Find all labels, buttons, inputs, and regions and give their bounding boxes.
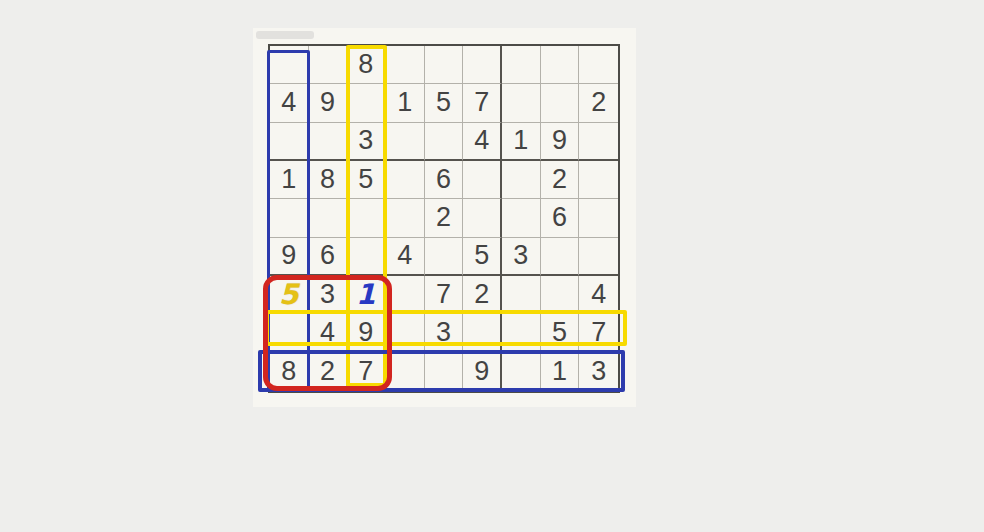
cell-r9c3: 7 — [347, 353, 386, 391]
cell-r4c5: 6 — [425, 161, 464, 199]
cell-r8c1 — [270, 314, 309, 352]
cell-r3c6: 4 — [463, 123, 502, 161]
cell-r6c4: 4 — [386, 238, 425, 276]
cell-r8c3: 9 — [347, 314, 386, 352]
cell-r1c3: 8 — [347, 46, 386, 84]
cell-r1c7 — [502, 46, 541, 84]
cell-r3c3: 3 — [347, 123, 386, 161]
scan-smudge — [256, 31, 314, 39]
cell-r3c7: 1 — [502, 123, 541, 161]
cell-r4c1: 1 — [270, 161, 309, 199]
cell-r4c9 — [579, 161, 618, 199]
cell-r6c8 — [541, 238, 580, 276]
cell-r4c2: 8 — [309, 161, 348, 199]
cell-r1c2 — [309, 46, 348, 84]
cell-r7c5: 7 — [425, 276, 464, 314]
cell-r3c9 — [579, 123, 618, 161]
cell-r7c8 — [541, 276, 580, 314]
cell-r7c9: 4 — [579, 276, 618, 314]
cell-r2c6: 7 — [463, 84, 502, 122]
cell-r3c8: 9 — [541, 123, 580, 161]
cell-r7c6: 2 — [463, 276, 502, 314]
cell-r5c8: 6 — [541, 199, 580, 237]
cell-r6c9 — [579, 238, 618, 276]
cell-r6c1: 9 — [270, 238, 309, 276]
cell-r2c9: 2 — [579, 84, 618, 122]
cell-r3c1 — [270, 123, 309, 161]
cell-r9c4 — [386, 353, 425, 391]
sudoku-board: 8491572341918562269645353172449357827913 — [268, 44, 620, 393]
cell-r6c3 — [347, 238, 386, 276]
cell-r5c4 — [386, 199, 425, 237]
cell-r8c7 — [502, 314, 541, 352]
cell-r1c1 — [270, 46, 309, 84]
cell-r8c8: 5 — [541, 314, 580, 352]
cell-r1c6 — [463, 46, 502, 84]
cell-r2c1: 4 — [270, 84, 309, 122]
cell-r5c2 — [309, 199, 348, 237]
cell-r2c7 — [502, 84, 541, 122]
cell-r2c4: 1 — [386, 84, 425, 122]
cell-r3c5 — [425, 123, 464, 161]
cell-r2c2: 9 — [309, 84, 348, 122]
cell-r2c5: 5 — [425, 84, 464, 122]
cell-r9c7 — [502, 353, 541, 391]
cell-r6c5 — [425, 238, 464, 276]
cell-r2c3 — [347, 84, 386, 122]
cell-r4c3: 5 — [347, 161, 386, 199]
cell-r4c4 — [386, 161, 425, 199]
video-frame: 8491572341918562269645353172449357827913 — [0, 0, 984, 532]
cell-r8c6 — [463, 314, 502, 352]
cell-r7c3-handwritten: 1 — [347, 276, 386, 314]
cell-r8c2: 4 — [309, 314, 348, 352]
cell-r3c2 — [309, 123, 348, 161]
cell-r4c7 — [502, 161, 541, 199]
cell-r5c6 — [463, 199, 502, 237]
cell-r5c3 — [347, 199, 386, 237]
cell-r5c5: 2 — [425, 199, 464, 237]
cell-r3c4 — [386, 123, 425, 161]
cell-r1c5 — [425, 46, 464, 84]
cell-r6c2: 6 — [309, 238, 348, 276]
cell-r6c6: 5 — [463, 238, 502, 276]
cell-r5c7 — [502, 199, 541, 237]
cell-r9c8: 1 — [541, 353, 580, 391]
cell-r7c1-handwritten: 5 — [270, 276, 309, 314]
cell-r1c8 — [541, 46, 580, 84]
cell-r8c5: 3 — [425, 314, 464, 352]
cell-r8c9: 7 — [579, 314, 618, 352]
cell-r4c8: 2 — [541, 161, 580, 199]
cell-r9c9: 3 — [579, 353, 618, 391]
cell-r8c4 — [386, 314, 425, 352]
cell-r9c5 — [425, 353, 464, 391]
cell-r1c4 — [386, 46, 425, 84]
cell-r9c2: 2 — [309, 353, 348, 391]
cell-r7c7 — [502, 276, 541, 314]
cell-r5c9 — [579, 199, 618, 237]
cell-r5c1 — [270, 199, 309, 237]
cell-r7c4 — [386, 276, 425, 314]
cell-r7c2: 3 — [309, 276, 348, 314]
cell-r1c9 — [579, 46, 618, 84]
cell-r9c6: 9 — [463, 353, 502, 391]
cell-r2c8 — [541, 84, 580, 122]
cell-r4c6 — [463, 161, 502, 199]
cell-r6c7: 3 — [502, 238, 541, 276]
cell-r9c1: 8 — [270, 353, 309, 391]
